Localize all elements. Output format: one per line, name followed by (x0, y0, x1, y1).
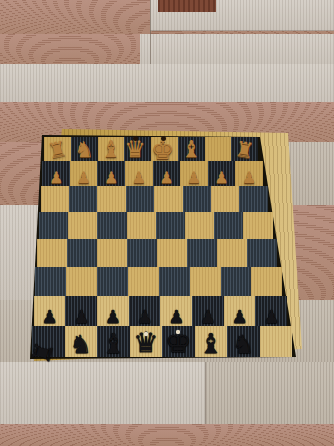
square-c3[interactable] (183, 186, 211, 212)
square-a4[interactable] (243, 212, 272, 239)
square-b7[interactable]: ♟ (224, 296, 256, 326)
square-e6[interactable] (128, 267, 159, 296)
square-d6[interactable] (159, 267, 190, 296)
square-f3[interactable] (97, 186, 125, 212)
square-f1[interactable]: ♝ (98, 137, 125, 161)
white-bishop[interactable]: ♝ (98, 138, 125, 161)
black-pawn[interactable]: ♟ (224, 308, 256, 326)
square-g2[interactable]: ♟ (70, 161, 98, 186)
square-f8[interactable]: ♝ (97, 326, 130, 357)
square-a1[interactable]: ♜ (231, 137, 258, 161)
square-b6[interactable] (221, 267, 252, 296)
square-b3[interactable] (211, 186, 239, 212)
square-d5[interactable] (157, 239, 187, 267)
black-knight[interactable]: ♞ (65, 332, 98, 357)
board-row (37, 239, 277, 267)
black-bishop[interactable]: ♝ (97, 330, 130, 357)
square-d8[interactable]: ♚ (162, 326, 195, 357)
square-g8[interactable]: ♞ (65, 326, 98, 357)
square-c4[interactable] (185, 212, 214, 239)
floor-plank (0, 34, 140, 65)
square-c7[interactable]: ♟ (192, 296, 224, 326)
square-b8[interactable]: ♞ (227, 326, 260, 357)
board-row: ♜♞♝♛♚♝♜ (44, 137, 258, 161)
white-pawn[interactable]: ♟ (70, 170, 98, 186)
square-g6[interactable] (66, 267, 97, 296)
board-row: ♟♟♟♟♟♟♟♟ (34, 296, 287, 326)
square-h4[interactable] (39, 212, 68, 239)
square-a6[interactable] (251, 267, 282, 296)
square-h8[interactable]: ♜ (32, 326, 65, 357)
white-queen[interactable]: ♛ (124, 135, 146, 163)
square-g5[interactable] (67, 239, 97, 267)
white-knight[interactable]: ♞ (71, 139, 98, 161)
square-f5[interactable] (97, 239, 127, 267)
black-bishop[interactable]: ♝ (195, 330, 228, 357)
square-a2[interactable]: ♟ (235, 161, 263, 186)
black-pawn[interactable]: ♟ (65, 308, 97, 326)
square-h5[interactable] (37, 239, 67, 267)
square-e5[interactable] (127, 239, 157, 267)
photo-scene: ♜♞♝♛♚♝♜♟♟♟♟♟♟♟♟♟♟♟♟♟♟♟♟♜♞♝♛♚♝♞ (0, 0, 334, 446)
square-b5[interactable] (217, 239, 247, 267)
floor-plank (206, 362, 334, 424)
square-e7[interactable]: ♟ (129, 296, 161, 326)
black-pawn[interactable]: ♟ (97, 308, 129, 326)
square-g1[interactable]: ♞ (71, 137, 98, 161)
square-d3[interactable] (154, 186, 182, 212)
square-a5[interactable] (247, 239, 277, 267)
white-pawn[interactable]: ♟ (153, 170, 181, 186)
square-h1[interactable]: ♜ (44, 137, 71, 161)
white-pawn[interactable]: ♟ (208, 170, 236, 186)
white-rook[interactable]: ♜ (42, 137, 73, 163)
floor-plank (0, 424, 334, 446)
square-c5[interactable] (187, 239, 217, 267)
board-row (41, 186, 268, 212)
square-g4[interactable] (68, 212, 97, 239)
board-row (39, 212, 273, 239)
square-e1[interactable]: ♛ (124, 137, 151, 161)
square-d4[interactable] (156, 212, 185, 239)
square-b2[interactable]: ♟ (208, 161, 236, 186)
square-c2[interactable]: ♟ (180, 161, 208, 186)
square-d1[interactable]: ♚ (151, 137, 178, 161)
square-g7[interactable]: ♟ (65, 296, 97, 326)
square-g3[interactable] (69, 186, 97, 212)
square-h7[interactable]: ♟ (34, 296, 66, 326)
square-c1[interactable]: ♝ (178, 137, 205, 161)
white-pawn[interactable]: ♟ (97, 170, 125, 186)
black-pawn[interactable]: ♟ (255, 308, 287, 326)
floor-red-patch (158, 0, 216, 12)
square-a7[interactable]: ♟ (255, 296, 287, 326)
square-c6[interactable] (190, 267, 221, 296)
black-pawn[interactable]: ♟ (129, 308, 161, 326)
square-f6[interactable] (97, 267, 128, 296)
square-h3[interactable] (41, 186, 69, 212)
black-queen[interactable]: ♛ (130, 329, 163, 357)
white-bishop[interactable]: ♝ (178, 138, 205, 161)
square-a8[interactable] (260, 326, 293, 357)
square-e8[interactable]: ♛ (130, 326, 163, 357)
square-f4[interactable] (97, 212, 126, 239)
black-pawn[interactable]: ♟ (34, 308, 66, 326)
square-h2[interactable]: ♟ (42, 161, 70, 186)
white-pawn[interactable]: ♟ (180, 170, 208, 186)
board-row (35, 267, 282, 296)
floor-plank-seam (150, 0, 151, 64)
black-king[interactable]: ♚ (162, 327, 195, 357)
square-d2[interactable]: ♟ (153, 161, 181, 186)
white-pawn[interactable]: ♟ (125, 170, 153, 186)
board-row: ♟♟♟♟♟♟♟♟ (42, 161, 263, 186)
board-row: ♜♞♝♛♚♝♞ (32, 326, 292, 357)
chessboard[interactable]: ♜♞♝♛♚♝♜♟♟♟♟♟♟♟♟♟♟♟♟♟♟♟♟♜♞♝♛♚♝♞ (28, 127, 306, 365)
square-e3[interactable] (126, 186, 154, 212)
square-c8[interactable]: ♝ (195, 326, 228, 357)
square-d7[interactable]: ♟ (160, 296, 192, 326)
floor-plank (0, 64, 334, 103)
black-pawn[interactable]: ♟ (192, 308, 224, 326)
square-e4[interactable] (127, 212, 156, 239)
square-f2[interactable]: ♟ (97, 161, 125, 186)
square-e2[interactable]: ♟ (125, 161, 153, 186)
white-pawn[interactable]: ♟ (235, 170, 263, 186)
white-rook[interactable]: ♜ (230, 138, 260, 163)
square-b1[interactable] (205, 137, 232, 161)
black-knight[interactable]: ♞ (227, 332, 260, 357)
square-f7[interactable]: ♟ (97, 296, 129, 326)
white-pawn[interactable]: ♟ (42, 170, 70, 186)
square-h6[interactable] (35, 267, 66, 296)
square-b4[interactable] (214, 212, 243, 239)
square-a3[interactable] (239, 186, 267, 212)
